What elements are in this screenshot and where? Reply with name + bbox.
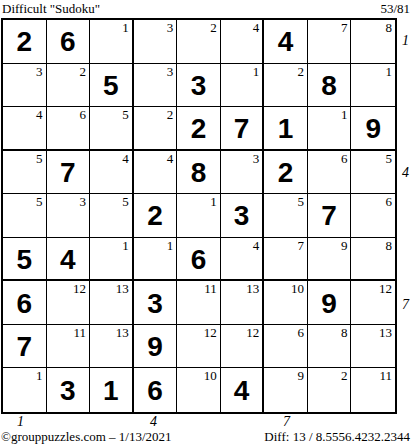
cell-value: 3 [191, 72, 207, 100]
cell-mark: 6 [341, 151, 348, 166]
cell-r1c9[interactable]: 8 [351, 20, 395, 64]
cell-mark: 11 [379, 368, 392, 383]
cell-r3c3[interactable]: 5 [90, 107, 134, 151]
cell-mark: 12 [379, 281, 392, 296]
cell-r2c3[interactable]: 5 [90, 64, 134, 108]
cell-r4c3[interactable]: 4 [90, 151, 134, 195]
cell-r2c1[interactable]: 3 [3, 64, 47, 108]
cell-mark: 2 [167, 107, 174, 122]
cell-r6c1[interactable]: 5 [3, 238, 47, 282]
cell-r3c2[interactable]: 6 [47, 107, 91, 151]
cell-r6c2[interactable]: 4 [47, 238, 91, 282]
cell-r7c9[interactable]: 12 [351, 281, 395, 325]
cell-mark: 11 [74, 325, 87, 340]
cell-r5c6[interactable]: 3 [221, 194, 265, 238]
cell-r7c3[interactable]: 13 [90, 281, 134, 325]
cell-mark: 6 [80, 107, 87, 122]
cell-r5c8[interactable]: 7 [308, 194, 352, 238]
cell-r9c8[interactable]: 2 [308, 368, 352, 412]
column-band-label-7: 7 [283, 414, 290, 430]
cell-mark: 5 [36, 194, 43, 209]
cell-mark: 13 [116, 325, 129, 340]
cell-r7c5[interactable]: 11 [177, 281, 221, 325]
cell-mark: 10 [291, 281, 304, 296]
cell-mark: 2 [80, 64, 87, 79]
cell-mark: 6 [386, 194, 393, 209]
cell-mark: 7 [341, 20, 348, 35]
cell-value: 5 [103, 72, 119, 100]
cell-r2c8[interactable]: 8 [308, 64, 352, 108]
cell-r1c5[interactable]: 2 [177, 20, 221, 64]
column-band-label-4: 4 [150, 414, 157, 430]
cell-r5c3[interactable]: 5 [90, 194, 134, 238]
cell-mark: 9 [297, 368, 304, 383]
cell-r9c5[interactable]: 10 [177, 368, 221, 412]
cell-r9c9[interactable]: 11 [351, 368, 395, 412]
cell-mark: 3 [36, 64, 43, 79]
cell-r7c1[interactable]: 6 [3, 281, 47, 325]
cell-r4c9[interactable]: 5 [351, 151, 395, 195]
cell-mark: 8 [341, 325, 348, 340]
cell-value: 9 [365, 115, 381, 143]
row-band-label-4: 4 [402, 165, 409, 181]
cell-r2c5[interactable]: 3 [177, 64, 221, 108]
cell-mark: 2 [210, 20, 217, 35]
sudoku-page: Difficult "Sudoku" 53/81 261324478325331… [0, 0, 412, 445]
cell-mark: 13 [116, 281, 129, 296]
cell-value: 7 [321, 202, 337, 230]
cell-value: 3 [234, 202, 250, 230]
cell-r9c6[interactable]: 4 [221, 368, 265, 412]
cell-mark: 1 [36, 368, 43, 383]
cell-mark: 6 [297, 325, 304, 340]
cell-r1c3[interactable]: 1 [90, 20, 134, 64]
cell-r8c2[interactable]: 11 [47, 325, 91, 369]
cell-mark: 5 [297, 194, 304, 209]
cell-value: 6 [60, 28, 76, 56]
cell-r7c7[interactable]: 10 [264, 281, 308, 325]
cell-r8c4[interactable]: 9 [134, 325, 178, 369]
cell-value: 8 [191, 159, 207, 187]
cell-r8c6[interactable]: 12 [221, 325, 265, 369]
cell-value: 9 [321, 290, 337, 318]
cell-r5c5[interactable]: 1 [177, 194, 221, 238]
cell-r1c1[interactable]: 2 [3, 20, 47, 64]
progress-counter: 53/81 [380, 1, 410, 17]
cell-value: 9 [147, 333, 163, 361]
cell-mark: 12 [246, 325, 259, 340]
cell-mark: 4 [122, 151, 129, 166]
cell-r4c6[interactable]: 3 [221, 151, 265, 195]
cell-mark: 13 [379, 325, 392, 340]
cell-r4c4[interactable]: 4 [134, 151, 178, 195]
cell-value: 3 [147, 290, 163, 318]
cell-value: 2 [191, 115, 207, 143]
sudoku-grid: 2613244783253312814652271195744832655352… [1, 18, 397, 414]
cell-mark: 1 [253, 64, 260, 79]
cell-mark: 5 [386, 151, 393, 166]
cell-r1c2[interactable]: 6 [47, 20, 91, 64]
cell-r4c1[interactable]: 5 [3, 151, 47, 195]
cell-r4c2[interactable]: 7 [47, 151, 91, 195]
cell-mark: 8 [386, 238, 393, 253]
row-band-label-1: 1 [402, 33, 409, 49]
cell-mark: 3 [253, 151, 260, 166]
cell-value: 6 [147, 377, 163, 405]
cell-r1c6[interactable]: 4 [221, 20, 265, 64]
cell-r3c7[interactable]: 1 [264, 107, 308, 151]
cell-value: 4 [278, 28, 294, 56]
cell-mark: 1 [386, 64, 393, 79]
cell-r7c4[interactable]: 3 [134, 281, 178, 325]
cell-r3c5[interactable]: 2 [177, 107, 221, 151]
cell-mark: 4 [167, 151, 174, 166]
cell-r3c4[interactable]: 2 [134, 107, 178, 151]
cell-r2c2[interactable]: 2 [47, 64, 91, 108]
cell-r6c6[interactable]: 4 [221, 238, 265, 282]
cell-mark: 3 [167, 64, 174, 79]
row-band-label-7: 7 [402, 297, 409, 313]
cell-value: 8 [321, 72, 337, 100]
cell-r5c4[interactable]: 2 [134, 194, 178, 238]
cell-r9c4[interactable]: 6 [134, 368, 178, 412]
cell-r1c8[interactable]: 7 [308, 20, 352, 64]
cell-mark: 4 [253, 20, 260, 35]
cell-r2c6[interactable]: 1 [221, 64, 265, 108]
cell-mark: 10 [204, 368, 217, 383]
cell-mark: 3 [167, 20, 174, 35]
cell-value: 5 [16, 246, 32, 274]
cell-mark: 3 [80, 194, 87, 209]
cell-mark: 1 [122, 20, 129, 35]
cell-r4c8[interactable]: 6 [308, 151, 352, 195]
cell-mark: 8 [386, 20, 393, 35]
cell-value: 2 [16, 28, 32, 56]
cell-mark: 7 [297, 238, 304, 253]
cell-value: 4 [234, 377, 250, 405]
cell-r2c4[interactable]: 3 [134, 64, 178, 108]
cell-mark: 5 [122, 194, 129, 209]
cell-r5c9[interactable]: 6 [351, 194, 395, 238]
cell-r8c7[interactable]: 6 [264, 325, 308, 369]
cell-r3c8[interactable]: 1 [308, 107, 352, 151]
cell-r8c1[interactable]: 7 [3, 325, 47, 369]
cell-r1c7[interactable]: 4 [264, 20, 308, 64]
cell-r6c3[interactable]: 1 [90, 238, 134, 282]
cell-value: 7 [60, 159, 76, 187]
cell-value: 7 [16, 333, 32, 361]
cell-mark: 1 [341, 107, 348, 122]
cell-r4c5[interactable]: 8 [177, 151, 221, 195]
cell-value: 2 [147, 202, 163, 230]
cell-r9c2[interactable]: 3 [47, 368, 91, 412]
cell-r6c4[interactable]: 1 [134, 238, 178, 282]
cell-r6c7[interactable]: 7 [264, 238, 308, 282]
cell-value: 1 [278, 115, 294, 143]
cell-mark: 4 [36, 107, 43, 122]
cell-r9c1[interactable]: 1 [3, 368, 47, 412]
cell-mark: 5 [36, 151, 43, 166]
cell-mark: 4 [253, 238, 260, 253]
cell-mark: 13 [246, 281, 259, 296]
cell-mark: 1 [210, 194, 217, 209]
cell-r3c1[interactable]: 4 [3, 107, 47, 151]
page-title: Difficult "Sudoku" [2, 1, 100, 17]
cell-r6c9[interactable]: 8 [351, 238, 395, 282]
cell-mark: 2 [297, 64, 304, 79]
cell-mark: 12 [73, 281, 86, 296]
difficulty-text: Diff: 13 / 8.5556.4232.2344 [264, 429, 410, 445]
cell-r8c9[interactable]: 13 [351, 325, 395, 369]
cell-r3c9[interactable]: 9 [351, 107, 395, 151]
cell-value: 1 [103, 377, 119, 405]
cell-mark: 1 [122, 238, 129, 253]
cell-mark: 1 [167, 238, 174, 253]
cell-r3c6[interactable]: 7 [221, 107, 265, 151]
cell-r9c3[interactable]: 1 [90, 368, 134, 412]
cell-r7c2[interactable]: 12 [47, 281, 91, 325]
cell-mark: 5 [122, 107, 129, 122]
cell-r5c2[interactable]: 3 [47, 194, 91, 238]
cell-r8c8[interactable]: 8 [308, 325, 352, 369]
cell-value: 2 [278, 159, 294, 187]
cell-value: 4 [60, 246, 76, 274]
cell-value: 6 [16, 290, 32, 318]
cell-r6c8[interactable]: 9 [308, 238, 352, 282]
cell-value: 7 [234, 115, 250, 143]
cell-r2c9[interactable]: 1 [351, 64, 395, 108]
cell-r5c7[interactable]: 5 [264, 194, 308, 238]
cell-mark: 2 [341, 368, 348, 383]
column-band-label-1: 1 [17, 414, 24, 430]
cell-mark: 11 [204, 281, 217, 296]
cell-r6c5[interactable]: 6 [177, 238, 221, 282]
cell-mark: 9 [341, 238, 348, 253]
cell-r8c3[interactable]: 13 [90, 325, 134, 369]
cell-r2c7[interactable]: 2 [264, 64, 308, 108]
cell-r7c8[interactable]: 9 [308, 281, 352, 325]
copyright-text: ©grouppuzzles.com – 1/13/2021 [1, 429, 172, 445]
cell-r4c7[interactable]: 2 [264, 151, 308, 195]
cell-r5c1[interactable]: 5 [3, 194, 47, 238]
cell-value: 6 [191, 246, 207, 274]
cell-r9c7[interactable]: 9 [264, 368, 308, 412]
cell-r7c6[interactable]: 13 [221, 281, 265, 325]
cell-mark: 12 [204, 325, 217, 340]
cell-value: 3 [60, 377, 76, 405]
cell-r8c5[interactable]: 12 [177, 325, 221, 369]
cell-r1c4[interactable]: 3 [134, 20, 178, 64]
